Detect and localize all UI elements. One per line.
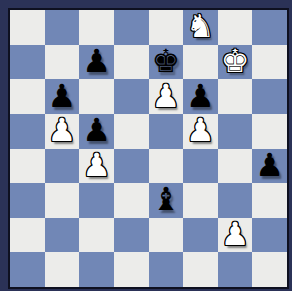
square-d8[interactable] [114,10,149,45]
piece-black-pawn: ♟ [48,80,77,112]
piece-white-king: ♚ [221,45,250,77]
square-g3[interactable] [218,183,253,218]
square-d2[interactable] [114,218,149,253]
square-b1[interactable] [45,252,80,287]
board-frame: ♞♟♚♚♟♟♟♟♟♟♟♟♝♟ [0,0,292,291]
piece-black-pawn: ♟ [186,80,215,112]
square-c1[interactable] [79,252,114,287]
square-d4[interactable] [114,149,149,184]
piece-white-pawn: ♟ [82,149,111,181]
square-h7[interactable] [252,45,287,80]
square-c3[interactable] [79,183,114,218]
square-f6[interactable]: ♟ [183,79,218,114]
square-h3[interactable] [252,183,287,218]
square-b8[interactable] [45,10,80,45]
square-a5[interactable] [10,114,45,149]
square-f1[interactable] [183,252,218,287]
square-h2[interactable] [252,218,287,253]
square-c2[interactable] [79,218,114,253]
square-c7[interactable]: ♟ [79,45,114,80]
square-h1[interactable] [252,252,287,287]
square-f4[interactable] [183,149,218,184]
square-e6[interactable]: ♟ [149,79,184,114]
piece-white-pawn: ♟ [48,114,77,146]
square-b2[interactable] [45,218,80,253]
piece-white-pawn: ♟ [186,114,215,146]
square-a3[interactable] [10,183,45,218]
square-f2[interactable] [183,218,218,253]
square-d1[interactable] [114,252,149,287]
square-h4[interactable]: ♟ [252,149,287,184]
square-e8[interactable] [149,10,184,45]
square-b7[interactable] [45,45,80,80]
square-b6[interactable]: ♟ [45,79,80,114]
square-d5[interactable] [114,114,149,149]
square-a7[interactable] [10,45,45,80]
square-h8[interactable] [252,10,287,45]
square-g4[interactable] [218,149,253,184]
square-e7[interactable]: ♚ [149,45,184,80]
square-h6[interactable] [252,79,287,114]
piece-white-pawn: ♟ [221,218,250,250]
square-g2[interactable]: ♟ [218,218,253,253]
piece-black-pawn: ♟ [82,114,111,146]
square-d6[interactable] [114,79,149,114]
square-a8[interactable] [10,10,45,45]
square-e2[interactable] [149,218,184,253]
square-h5[interactable] [252,114,287,149]
square-f5[interactable]: ♟ [183,114,218,149]
piece-black-pawn: ♟ [255,149,284,181]
square-f3[interactable] [183,183,218,218]
square-g5[interactable] [218,114,253,149]
square-e4[interactable] [149,149,184,184]
square-d7[interactable] [114,45,149,80]
square-e5[interactable] [149,114,184,149]
square-e1[interactable] [149,252,184,287]
square-a1[interactable] [10,252,45,287]
square-g1[interactable] [218,252,253,287]
square-c8[interactable] [79,10,114,45]
square-a2[interactable] [10,218,45,253]
square-g7[interactable]: ♚ [218,45,253,80]
piece-black-pawn: ♟ [82,45,111,77]
chess-board: ♞♟♚♚♟♟♟♟♟♟♟♟♝♟ [8,8,289,289]
piece-white-knight: ♞ [186,10,215,42]
piece-black-bishop: ♝ [151,183,180,215]
square-c4[interactable]: ♟ [79,149,114,184]
square-f8[interactable]: ♞ [183,10,218,45]
piece-white-pawn: ♟ [151,80,180,112]
square-b3[interactable] [45,183,80,218]
square-d3[interactable] [114,183,149,218]
square-g8[interactable] [218,10,253,45]
square-f7[interactable] [183,45,218,80]
square-e3[interactable]: ♝ [149,183,184,218]
square-a4[interactable] [10,149,45,184]
square-b4[interactable] [45,149,80,184]
square-c6[interactable] [79,79,114,114]
square-a6[interactable] [10,79,45,114]
square-b5[interactable]: ♟ [45,114,80,149]
square-c5[interactable]: ♟ [79,114,114,149]
piece-black-king: ♚ [151,45,180,77]
square-g6[interactable] [218,79,253,114]
